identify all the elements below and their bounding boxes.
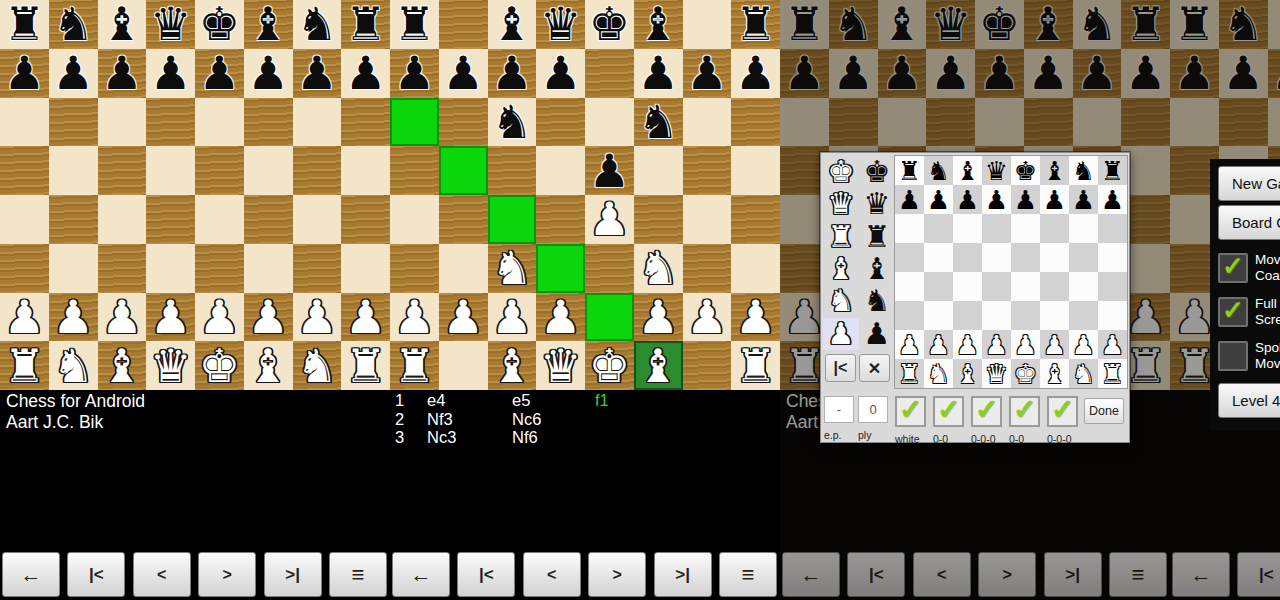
square-c8[interactable]: ♝ — [488, 0, 537, 49]
square-d1[interactable]: ♛ — [982, 359, 1011, 388]
square-e6[interactable] — [195, 98, 244, 147]
white-piece: ♟ — [828, 319, 855, 349]
square-b4[interactable] — [49, 195, 98, 244]
check-icon: ✓ — [1222, 251, 1244, 282]
square-c6[interactable]: ♞ — [488, 98, 537, 147]
full-screen-checkbox[interactable]: ✓ — [1218, 297, 1248, 327]
square-e4[interactable]: ♟ — [585, 195, 634, 244]
square-c5[interactable] — [98, 146, 147, 195]
square-b4[interactable] — [924, 272, 953, 301]
square-e4[interactable] — [195, 195, 244, 244]
square-f3[interactable] — [1040, 301, 1069, 330]
white-oo-label: 0-0 — [933, 433, 964, 445]
move-coach-checkbox[interactable]: ✓ — [1218, 253, 1248, 283]
selector-white-r[interactable]: ♜ — [823, 221, 859, 253]
square-e1[interactable]: ♚ — [585, 341, 634, 390]
square-f4[interactable] — [1040, 272, 1069, 301]
square-a1[interactable]: ♜ — [0, 341, 49, 390]
chess-board-middle[interactable]: ♜♝♛♚♝♜♟♟♟♟♟♟♟♞♞♟♟♞♞♟♟♟♟♟♟♟♜♝♛♚♝♜ — [390, 0, 780, 390]
white-oo-control: ✓ 0-0 — [933, 396, 964, 445]
white-piece: ♟ — [491, 294, 532, 340]
white-piece: ♝ — [638, 343, 679, 389]
white-piece: ♟ — [150, 294, 191, 340]
square-h4[interactable] — [731, 195, 780, 244]
white-piece: ♞ — [296, 343, 337, 389]
ply-field[interactable]: 0 — [858, 396, 888, 423]
square-e6[interactable] — [585, 98, 634, 147]
square-a8[interactable]: ♜ — [390, 0, 439, 49]
square-f5[interactable] — [244, 146, 293, 195]
selector-white-k[interactable]: ♚ — [823, 156, 859, 188]
white-piece: ♟ — [345, 294, 386, 340]
square-f3[interactable]: ♞ — [634, 244, 683, 293]
square-b2[interactable]: ♟ — [439, 293, 488, 342]
toolbar-back-button[interactable]: ← — [2, 552, 60, 597]
nav-toolbar-middle: ←|<<>>|≡ — [390, 552, 782, 598]
square-c7[interactable]: ♟ — [98, 49, 147, 98]
square-a4[interactable] — [895, 272, 924, 301]
square-c4[interactable] — [488, 195, 537, 244]
square-h1[interactable]: ♜ — [731, 341, 780, 390]
square-d8[interactable]: ♛ — [146, 0, 195, 49]
square-g6[interactable] — [683, 98, 732, 147]
black-piece: ♟ — [394, 50, 435, 96]
spoken-moves-row: ✓ Spoken Moves — [1218, 339, 1280, 372]
square-g8[interactable] — [683, 0, 732, 49]
white-to-move-control: ✓ white — [895, 396, 926, 445]
square-e8[interactable]: ♚ — [1011, 156, 1040, 185]
white-piece: ♞ — [828, 286, 855, 316]
white-piece: ♝ — [828, 254, 855, 284]
square-c5[interactable] — [953, 243, 982, 272]
square-a3[interactable] — [0, 244, 49, 293]
square-c5[interactable] — [488, 146, 537, 195]
square-f7[interactable]: ♟ — [244, 49, 293, 98]
square-g1[interactable] — [683, 341, 732, 390]
square-a8[interactable]: ♜ — [0, 0, 49, 49]
black-piece: ♟ — [1043, 187, 1066, 213]
square-c7[interactable]: ♟ — [953, 185, 982, 214]
square-g4[interactable] — [293, 195, 342, 244]
nav-toolbar-left: ←|<<>>|≡ — [0, 552, 392, 598]
board-colors-button[interactable]: Board Co — [1218, 205, 1280, 240]
square-f7[interactable]: ♟ — [1040, 185, 1069, 214]
side-menu: New Game Board Co ✓ Move Coach ✓ Full Sc… — [1210, 159, 1280, 431]
black-piece: ♚ — [1014, 158, 1037, 184]
square-d5[interactable] — [536, 146, 585, 195]
square-a2[interactable]: ♟ — [895, 330, 924, 359]
square-g5[interactable] — [293, 146, 342, 195]
selector-black-k[interactable]: ♚ — [859, 156, 895, 188]
toolbar-next-button[interactable]: > — [588, 552, 646, 597]
move-row: 1e4e5 — [392, 391, 597, 410]
toolbar-prev-button[interactable]: < — [523, 552, 581, 597]
move-cell: Nc3 — [427, 428, 512, 447]
toolbar-first-button[interactable]: |< — [67, 552, 125, 597]
square-f4[interactable] — [634, 195, 683, 244]
square-c4[interactable] — [98, 195, 147, 244]
square-g8[interactable]: ♞ — [1069, 156, 1098, 185]
square-b1[interactable] — [439, 341, 488, 390]
square-c4[interactable] — [953, 272, 982, 301]
square-g7[interactable]: ♟ — [293, 49, 342, 98]
square-e2[interactable]: ♟ — [195, 293, 244, 342]
square-e3[interactable] — [585, 244, 634, 293]
black-piece: ♚ — [199, 1, 240, 47]
move-cell: Nc6 — [512, 410, 597, 429]
square-a2[interactable]: ♟ — [390, 293, 439, 342]
selector-black-p[interactable]: ♟ — [859, 318, 895, 350]
square-a3[interactable] — [895, 301, 924, 330]
square-b8[interactable] — [439, 0, 488, 49]
move-cell: 3 — [392, 428, 427, 447]
check-icon: ✓ — [1013, 393, 1036, 426]
square-d5[interactable] — [982, 243, 1011, 272]
selector-white-n[interactable]: ♞ — [823, 285, 859, 317]
white-piece: ♟ — [1014, 332, 1037, 358]
square-f6[interactable]: ♞ — [634, 98, 683, 147]
square-h8[interactable]: ♜ — [731, 0, 780, 49]
square-a5[interactable] — [390, 146, 439, 195]
square-d4[interactable] — [982, 272, 1011, 301]
square-f8[interactable]: ♝ — [634, 0, 683, 49]
white-to-move-checkbox[interactable]: ✓ — [895, 396, 926, 427]
black-piece: ♝ — [1043, 158, 1066, 184]
square-e5[interactable]: ♟ — [585, 146, 634, 195]
square-b5[interactable] — [439, 146, 488, 195]
square-a6[interactable] — [390, 98, 439, 147]
black-piece: ♟ — [864, 319, 891, 349]
white-piece: ♛ — [540, 343, 581, 389]
black-piece: ♞ — [53, 1, 94, 47]
square-g6[interactable] — [293, 98, 342, 147]
black-piece: ♞ — [296, 1, 337, 47]
new-game-button[interactable]: New Game — [1218, 166, 1280, 201]
square-c6[interactable] — [953, 214, 982, 243]
square-c3[interactable]: ♞ — [488, 244, 537, 293]
square-c6[interactable] — [98, 98, 147, 147]
square-d1[interactable]: ♛ — [536, 341, 585, 390]
square-d8[interactable]: ♛ — [982, 156, 1011, 185]
black-piece: ♟ — [443, 50, 484, 96]
square-b5[interactable] — [924, 243, 953, 272]
square-f6[interactable] — [244, 98, 293, 147]
square-d6[interactable] — [982, 214, 1011, 243]
square-e4[interactable] — [1011, 272, 1040, 301]
square-g8[interactable]: ♞ — [293, 0, 342, 49]
square-b5[interactable] — [49, 146, 98, 195]
square-h5[interactable] — [341, 146, 390, 195]
full-screen-label: Full Screen — [1255, 296, 1280, 327]
square-h7[interactable]: ♟ — [341, 49, 390, 98]
square-b3[interactable] — [49, 244, 98, 293]
square-f2[interactable]: ♟ — [244, 293, 293, 342]
square-d2[interactable]: ♟ — [146, 293, 195, 342]
square-g1[interactable]: ♞ — [1069, 359, 1098, 388]
square-e3[interactable] — [1011, 301, 1040, 330]
white-piece: ♚ — [828, 157, 855, 187]
square-e1[interactable]: ♚ — [195, 341, 244, 390]
setup-clear-button[interactable]: ✕ — [859, 354, 890, 382]
black-oo-checkbox[interactable]: ✓ — [1009, 396, 1040, 427]
square-d6[interactable] — [536, 98, 585, 147]
square-d3[interactable] — [982, 301, 1011, 330]
square-h7[interactable]: ♟ — [731, 49, 780, 98]
black-ooo-checkbox[interactable]: ✓ — [1047, 396, 1078, 427]
square-a1[interactable]: ♜ — [895, 359, 924, 388]
selector-white-q[interactable]: ♛ — [823, 188, 859, 220]
square-a5[interactable] — [895, 243, 924, 272]
square-h4[interactable] — [341, 195, 390, 244]
done-button[interactable]: Done — [1084, 398, 1124, 424]
square-h8[interactable]: ♜ — [341, 0, 390, 49]
black-piece: ♚ — [589, 1, 630, 47]
selector-black-q[interactable]: ♛ — [859, 188, 895, 220]
square-c3[interactable] — [98, 244, 147, 293]
square-f5[interactable] — [634, 146, 683, 195]
square-h2[interactable]: ♟ — [341, 293, 390, 342]
level-button[interactable]: Level 4 ( — [1218, 383, 1280, 418]
square-c1[interactable]: ♝ — [98, 341, 147, 390]
setup-board[interactable]: ♜♞♝♛♚♝♞♜♟♟♟♟♟♟♟♟♟♟♟♟♟♟♟♟♜♞♝♛♚♝♞♜ — [894, 155, 1128, 389]
square-g2[interactable]: ♟ — [293, 293, 342, 342]
square-h2[interactable]: ♟ — [731, 293, 780, 342]
white-ooo-checkbox[interactable]: ✓ — [971, 396, 1002, 427]
square-h3[interactable] — [731, 244, 780, 293]
black-piece: ♟ — [589, 148, 630, 194]
square-f5[interactable] — [1040, 243, 1069, 272]
square-h3[interactable] — [341, 244, 390, 293]
white-piece: ♚ — [589, 343, 630, 389]
square-g6[interactable] — [1069, 214, 1098, 243]
square-e5[interactable] — [1011, 243, 1040, 272]
black-piece: ♟ — [735, 50, 776, 96]
square-a4[interactable] — [0, 195, 49, 244]
square-f1[interactable]: ♝ — [634, 341, 683, 390]
black-piece: ♞ — [491, 99, 532, 145]
square-b2[interactable]: ♟ — [49, 293, 98, 342]
square-a7[interactable]: ♟ — [390, 49, 439, 98]
square-c2[interactable]: ♟ — [98, 293, 147, 342]
square-d2[interactable]: ♟ — [536, 293, 585, 342]
square-a8[interactable]: ♜ — [895, 156, 924, 185]
toolbar-prev-button[interactable]: < — [133, 552, 191, 597]
square-a3[interactable] — [390, 244, 439, 293]
square-f8[interactable]: ♝ — [1040, 156, 1069, 185]
square-a6[interactable] — [895, 214, 924, 243]
square-h1[interactable]: ♜ — [1098, 359, 1127, 388]
black-piece: ♟ — [927, 187, 950, 213]
square-h1[interactable]: ♜ — [341, 341, 390, 390]
square-e5[interactable] — [195, 146, 244, 195]
pending-move-square: f1 — [595, 391, 609, 410]
square-d3[interactable] — [146, 244, 195, 293]
square-d7[interactable]: ♟ — [982, 185, 1011, 214]
square-c2[interactable]: ♟ — [488, 293, 537, 342]
square-h7[interactable]: ♟ — [1098, 185, 1127, 214]
square-e7[interactable]: ♟ — [1011, 185, 1040, 214]
square-b8[interactable]: ♞ — [924, 156, 953, 185]
square-d5[interactable] — [146, 146, 195, 195]
square-c1[interactable]: ♝ — [488, 341, 537, 390]
toolbar-menu-button[interactable]: ≡ — [329, 552, 387, 597]
square-g3[interactable] — [683, 244, 732, 293]
square-d6[interactable] — [146, 98, 195, 147]
square-b1[interactable]: ♞ — [924, 359, 953, 388]
square-e7[interactable] — [585, 49, 634, 98]
square-h6[interactable] — [1098, 214, 1127, 243]
black-piece: ♜ — [1101, 158, 1124, 184]
square-b7[interactable]: ♟ — [439, 49, 488, 98]
toolbar-last-button[interactable]: >| — [654, 552, 712, 597]
selector-white-b[interactable]: ♝ — [823, 253, 859, 285]
white-piece: ♟ — [53, 294, 94, 340]
square-g4[interactable] — [1069, 272, 1098, 301]
selector-black-n[interactable]: ♞ — [859, 285, 895, 317]
white-piece: ♞ — [1072, 361, 1095, 387]
setup-reset-button[interactable]: |< — [825, 354, 856, 382]
square-g1[interactable]: ♞ — [293, 341, 342, 390]
square-e7[interactable]: ♟ — [195, 49, 244, 98]
square-d3[interactable] — [536, 244, 585, 293]
square-a7[interactable]: ♟ — [0, 49, 49, 98]
square-g5[interactable] — [683, 146, 732, 195]
square-e2[interactable] — [585, 293, 634, 342]
square-f8[interactable]: ♝ — [244, 0, 293, 49]
square-b6[interactable] — [924, 214, 953, 243]
square-g7[interactable]: ♟ — [1069, 185, 1098, 214]
black-piece: ♜ — [898, 158, 921, 184]
white-piece: ♟ — [4, 294, 45, 340]
toolbar-menu-button[interactable]: ≡ — [719, 552, 777, 597]
black-ooo-control: ✓ 0-0-0 — [1047, 396, 1078, 445]
square-e6[interactable] — [1011, 214, 1040, 243]
square-b3[interactable] — [924, 301, 953, 330]
square-g5[interactable] — [1069, 243, 1098, 272]
white-piece: ♟ — [1072, 332, 1095, 358]
square-h6[interactable] — [731, 98, 780, 147]
black-oo-label: 0-0 — [1009, 433, 1040, 445]
black-piece: ♝ — [248, 1, 289, 47]
square-a2[interactable]: ♟ — [0, 293, 49, 342]
square-d7[interactable]: ♟ — [536, 49, 585, 98]
spoken-moves-checkbox[interactable]: ✓ — [1218, 341, 1248, 371]
square-h5[interactable] — [731, 146, 780, 195]
selector-black-r[interactable]: ♜ — [859, 221, 895, 253]
square-c1[interactable]: ♝ — [953, 359, 982, 388]
selector-black-b[interactable]: ♝ — [859, 253, 895, 285]
square-a4[interactable] — [390, 195, 439, 244]
square-g3[interactable] — [1069, 301, 1098, 330]
chess-board-left[interactable]: ♜♞♝♛♚♝♞♜♟♟♟♟♟♟♟♟♟♟♟♟♟♟♟♟♜♞♝♛♚♝♞♜ — [0, 0, 390, 390]
square-d8[interactable]: ♛ — [536, 0, 585, 49]
square-b1[interactable]: ♞ — [49, 341, 98, 390]
square-b7[interactable]: ♟ — [49, 49, 98, 98]
toolbar-next-button[interactable]: > — [198, 552, 256, 597]
square-g4[interactable] — [683, 195, 732, 244]
square-a5[interactable] — [0, 146, 49, 195]
move-coach-row: ✓ Move Coach — [1218, 251, 1280, 284]
black-piece: ♜ — [864, 222, 891, 252]
white-piece: ♜ — [1101, 361, 1124, 387]
square-a6[interactable] — [0, 98, 49, 147]
square-d1[interactable]: ♛ — [146, 341, 195, 390]
black-piece: ♞ — [1072, 158, 1095, 184]
square-a1[interactable]: ♜ — [390, 341, 439, 390]
square-d4[interactable] — [536, 195, 585, 244]
black-piece: ♟ — [686, 50, 727, 96]
square-c7[interactable]: ♟ — [488, 49, 537, 98]
square-f1[interactable]: ♝ — [1040, 359, 1069, 388]
square-e3[interactable] — [195, 244, 244, 293]
ep-field[interactable]: - — [824, 396, 854, 423]
square-d4[interactable] — [146, 195, 195, 244]
square-h4[interactable] — [1098, 272, 1127, 301]
square-e8[interactable]: ♚ — [195, 0, 244, 49]
square-g3[interactable] — [293, 244, 342, 293]
square-h8[interactable]: ♜ — [1098, 156, 1127, 185]
black-piece: ♟ — [956, 187, 979, 213]
white-piece: ♟ — [101, 294, 142, 340]
white-piece: ♞ — [491, 245, 532, 291]
square-b6[interactable] — [439, 98, 488, 147]
piece-selector: ♚♚♛♛♜♜♝♝♞♞♟♟ — [823, 156, 895, 350]
white-to-move-label: white — [895, 433, 926, 445]
white-piece: ♟ — [686, 294, 727, 340]
square-b2[interactable]: ♟ — [924, 330, 953, 359]
square-f7[interactable]: ♟ — [634, 49, 683, 98]
square-d7[interactable]: ♟ — [146, 49, 195, 98]
square-f6[interactable] — [1040, 214, 1069, 243]
square-c8[interactable]: ♝ — [98, 0, 147, 49]
square-f3[interactable] — [244, 244, 293, 293]
toolbar-last-button[interactable]: >| — [264, 552, 322, 597]
selector-white-p[interactable]: ♟ — [823, 318, 859, 350]
square-b7[interactable]: ♟ — [924, 185, 953, 214]
square-f1[interactable]: ♝ — [244, 341, 293, 390]
black-piece: ♚ — [864, 157, 891, 187]
square-b6[interactable] — [49, 98, 98, 147]
square-h6[interactable] — [341, 98, 390, 147]
square-f2[interactable]: ♟ — [634, 293, 683, 342]
move-coach-label: Move Coach — [1255, 252, 1280, 283]
square-b8[interactable]: ♞ — [49, 0, 98, 49]
toolbar-first-button[interactable]: |< — [457, 552, 515, 597]
square-g2[interactable]: ♟ — [683, 293, 732, 342]
black-piece: ♟ — [296, 50, 337, 96]
square-a7[interactable]: ♟ — [895, 185, 924, 214]
white-oo-checkbox[interactable]: ✓ — [933, 396, 964, 427]
square-b4[interactable] — [439, 195, 488, 244]
square-f2[interactable]: ♟ — [1040, 330, 1069, 359]
square-d2[interactable]: ♟ — [982, 330, 1011, 359]
square-c8[interactable]: ♝ — [953, 156, 982, 185]
square-h5[interactable] — [1098, 243, 1127, 272]
square-e1[interactable]: ♚ — [1011, 359, 1040, 388]
square-e2[interactable]: ♟ — [1011, 330, 1040, 359]
square-c3[interactable] — [953, 301, 982, 330]
square-g7[interactable]: ♟ — [683, 49, 732, 98]
square-h3[interactable] — [1098, 301, 1127, 330]
square-g2[interactable]: ♟ — [1069, 330, 1098, 359]
toolbar-back-button[interactable]: ← — [392, 552, 450, 597]
square-b3[interactable] — [439, 244, 488, 293]
square-h2[interactable]: ♟ — [1098, 330, 1127, 359]
square-e8[interactable]: ♚ — [585, 0, 634, 49]
square-c2[interactable]: ♟ — [953, 330, 982, 359]
white-piece: ♟ — [394, 294, 435, 340]
square-f4[interactable] — [244, 195, 293, 244]
